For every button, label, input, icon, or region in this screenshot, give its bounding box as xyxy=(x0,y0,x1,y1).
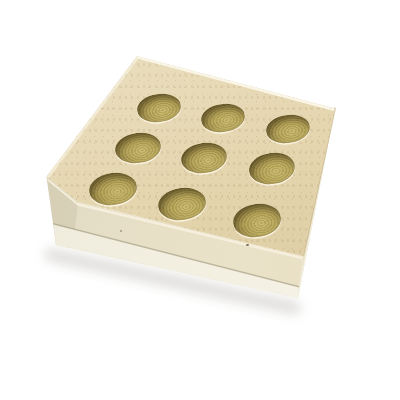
wooden-nine-hole-block xyxy=(0,0,400,400)
hole-r2c3 xyxy=(247,150,296,187)
wood-speck xyxy=(120,230,122,232)
wood-speck xyxy=(246,244,249,246)
hole-r1c1 xyxy=(135,91,182,125)
hole-r3c3 xyxy=(231,201,283,240)
hole-r2c2 xyxy=(179,140,228,176)
hole-r3c2 xyxy=(156,185,207,223)
hole-r2c1 xyxy=(113,129,162,165)
hole-r3c1 xyxy=(87,170,138,208)
hole-r1c3 xyxy=(264,112,311,146)
hole-r1c2 xyxy=(199,101,246,135)
product-photo-stage xyxy=(0,0,400,400)
